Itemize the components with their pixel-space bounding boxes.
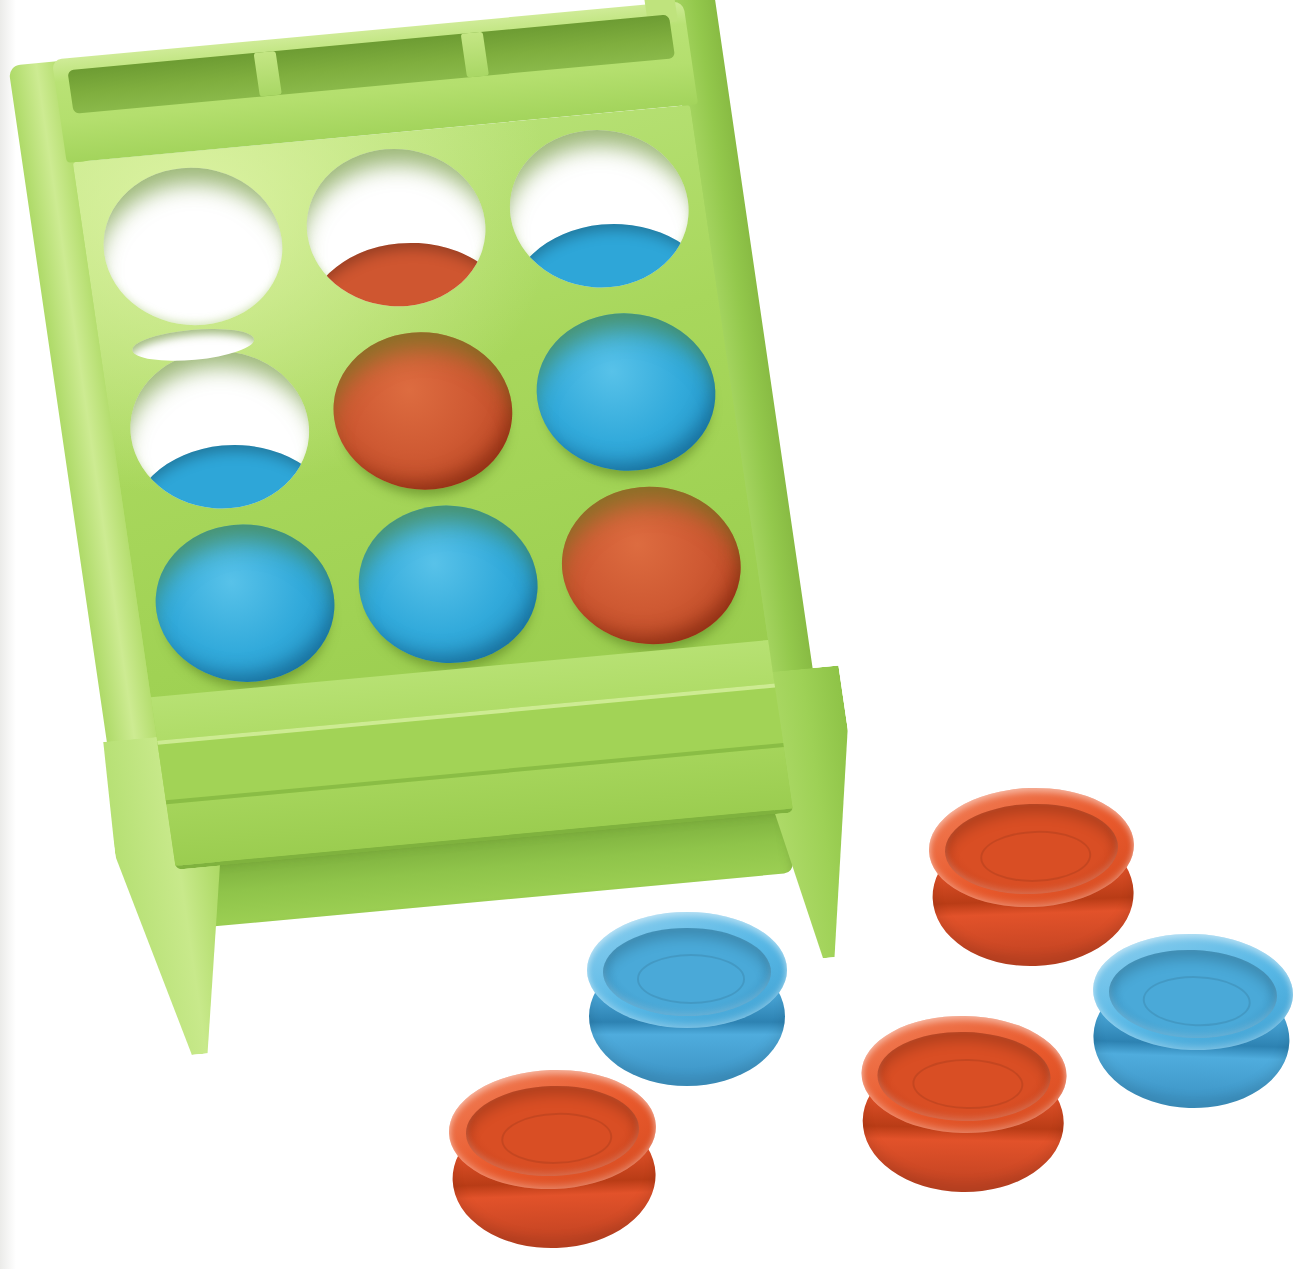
cell-r1c2-empty-hole[interactable]	[296, 141, 496, 314]
orange-disc-peeking-behind	[296, 234, 496, 314]
disc-entry-slots[interactable]	[67, 15, 675, 114]
hole-grid	[73, 105, 768, 697]
cell-r2c2-orange-disc[interactable]	[323, 324, 523, 497]
cell-r1c3-empty-hole[interactable]	[499, 122, 699, 295]
loose-orange-disc-5[interactable]	[446, 1066, 659, 1253]
cell-r3c1-blue-disc[interactable]	[145, 517, 345, 690]
disc-entry-slot-1[interactable]	[67, 53, 259, 114]
photo-scene	[0, 0, 1296, 1269]
blue-disc-peeking-behind	[120, 436, 320, 516]
board-face	[73, 105, 794, 870]
loose-orange-disc-4[interactable]	[859, 1014, 1067, 1196]
blue-disc-peeking-behind	[499, 215, 699, 295]
loose-blue-disc-2[interactable]	[587, 912, 787, 1088]
loose-blue-disc-3[interactable]	[1089, 931, 1295, 1114]
connect-four-frame	[60, 18, 819, 1046]
cell-r2c1-empty-hole[interactable]	[120, 343, 320, 516]
cell-r1c1-empty-hole[interactable]	[93, 160, 293, 333]
disc-ring	[637, 954, 745, 1004]
disc-entry-slot-2[interactable]	[275, 34, 467, 95]
cell-r3c2-blue-disc[interactable]	[348, 498, 548, 671]
bottom-groove	[157, 684, 784, 805]
cell-r3c3-orange-disc[interactable]	[551, 479, 751, 652]
cell-r2c3-blue-disc[interactable]	[526, 306, 726, 479]
disc-entry-slot-3[interactable]	[483, 15, 675, 76]
